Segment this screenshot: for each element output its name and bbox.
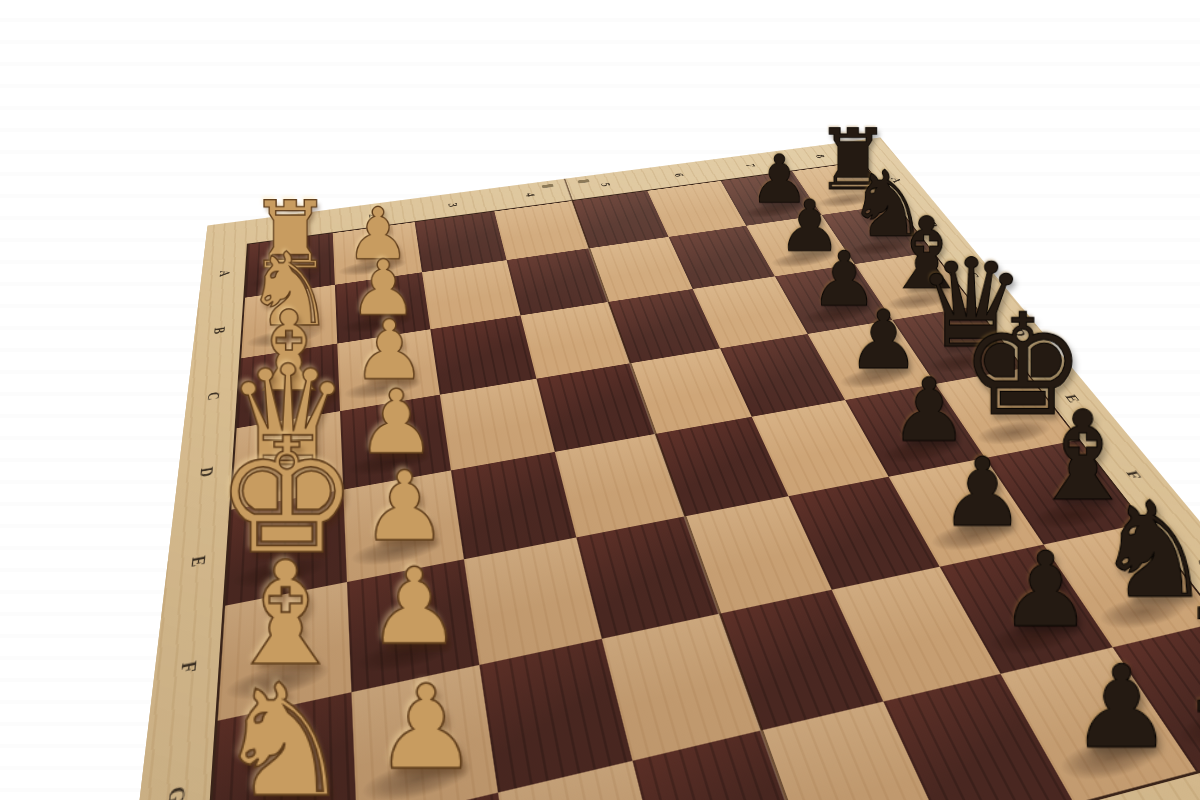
chess-board: AABBCCDDEEFFGGHH1122334455667788 ♜♟♟♜♞♟♟… <box>96 138 1200 800</box>
piece-glyph: ♟ <box>894 445 1071 540</box>
photo-stage: AABBCCDDEEFFGGHH1122334455667788 ♜♟♟♜♞♟♟… <box>0 0 1200 800</box>
piece-glyph: ♞ <box>173 663 395 800</box>
piece-glyph: ♟ <box>949 538 1142 642</box>
piece-glyph: ♟ <box>1015 650 1200 765</box>
scene-3d: AABBCCDDEEFFGGHH1122334455667788 ♜♟♟♜♞♟♟… <box>0 0 1200 800</box>
